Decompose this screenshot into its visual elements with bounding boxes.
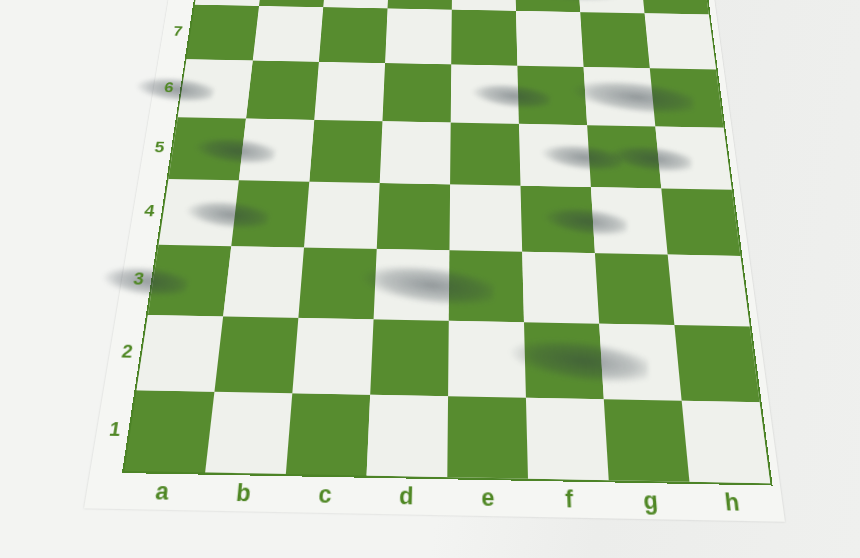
file-label-g: g <box>609 486 693 517</box>
square-a7[interactable] <box>187 5 259 61</box>
square-d7[interactable] <box>385 8 452 64</box>
square-h2[interactable] <box>674 325 759 402</box>
white-pawn-b4: ♟ <box>233 232 305 233</box>
square-f2[interactable] <box>524 322 604 399</box>
square-a1[interactable] <box>124 390 214 472</box>
square-a2[interactable] <box>137 315 224 392</box>
black-pawn-f6: ♟ <box>519 111 587 112</box>
rank-label-4: 4 <box>138 201 160 220</box>
file-label-b: b <box>201 478 285 509</box>
square-g7[interactable] <box>580 12 650 68</box>
square-a4[interactable] <box>159 179 239 246</box>
square-h1[interactable] <box>682 401 770 484</box>
square-c3[interactable] <box>298 248 376 320</box>
square-g3[interactable] <box>595 253 675 325</box>
square-c2[interactable] <box>292 318 373 395</box>
square-f5[interactable] <box>519 124 591 187</box>
square-h4[interactable] <box>661 188 740 255</box>
board-3d-wrapper: ♚♟♟♛♟♟♟♟♟♟♛♚87654321abcdefgh <box>84 0 785 522</box>
square-f1[interactable] <box>526 398 609 481</box>
file-label-e: e <box>447 483 529 514</box>
square-b5[interactable]: ♟ <box>239 119 314 182</box>
square-d6[interactable] <box>382 63 451 122</box>
square-a5[interactable] <box>168 117 246 180</box>
rank-label-2: 2 <box>115 341 139 363</box>
black-king-g8: ♚ <box>580 1 644 2</box>
square-b6[interactable] <box>246 61 319 120</box>
square-g2[interactable]: ♚ <box>599 324 681 401</box>
file-label-h: h <box>690 487 775 518</box>
square-d5[interactable] <box>380 121 451 184</box>
square-h3[interactable] <box>668 255 750 327</box>
square-e1[interactable] <box>447 396 528 478</box>
square-a3[interactable]: ♟ <box>148 245 231 317</box>
file-label-f: f <box>528 484 611 515</box>
black-pawn-g5: ♟ <box>590 174 660 175</box>
white-pawn-h5: ♟ <box>660 175 730 176</box>
square-b1[interactable] <box>205 392 292 474</box>
square-h5[interactable]: ♟ <box>655 126 731 189</box>
square-e5[interactable] <box>450 123 520 186</box>
white-queen-h6: ♛ <box>654 114 722 115</box>
board-scene: ♚♟♟♛♟♟♟♟♟♟♛♚87654321abcdefgh <box>85 0 785 515</box>
square-b4[interactable]: ♟ <box>231 180 309 247</box>
square-c7[interactable] <box>319 7 388 63</box>
file-label-a: a <box>119 476 204 507</box>
square-f3[interactable] <box>522 252 599 324</box>
square-d2[interactable] <box>370 319 449 396</box>
square-g4[interactable]: ♟ <box>591 187 668 254</box>
square-c6[interactable] <box>314 62 385 121</box>
square-f7[interactable] <box>516 11 584 67</box>
rank-label-6: 6 <box>159 79 179 96</box>
black-queen-e3: ♛ <box>449 306 524 307</box>
file-label-c: c <box>283 480 366 511</box>
square-e2[interactable] <box>448 321 526 398</box>
square-c5[interactable] <box>309 120 382 183</box>
square-e4[interactable] <box>449 184 522 251</box>
rank-label-1: 1 <box>103 418 128 442</box>
file-label-d: d <box>365 481 447 512</box>
square-g5[interactable]: ♟ <box>587 125 661 188</box>
square-h6[interactable]: ♛ <box>650 68 724 128</box>
square-d1[interactable] <box>367 395 448 477</box>
square-d3[interactable] <box>374 249 450 321</box>
board-frame: ♚♟♟♛♟♟♟♟♟♟♛♚87654321abcdefgh <box>84 0 785 522</box>
black-pawn-a6: ♟ <box>180 105 248 106</box>
square-e3[interactable]: ♛ <box>449 250 524 322</box>
rank-label-3: 3 <box>127 269 150 290</box>
square-c4[interactable] <box>304 182 380 249</box>
chess-board: ♚♟♟♛♟♟♟♟♟♟♛♚87654321abcdefgh <box>122 0 773 486</box>
square-b2[interactable] <box>214 316 298 393</box>
rank-label-5: 5 <box>149 138 170 156</box>
square-b3[interactable] <box>223 246 304 318</box>
white-king-g2: ♚ <box>603 383 680 384</box>
square-a6[interactable]: ♟ <box>178 59 253 118</box>
square-d4[interactable] <box>377 183 450 250</box>
white-pawn-a3: ♟ <box>150 300 225 301</box>
square-h7[interactable] <box>645 13 716 69</box>
white-pawn-g4: ♟ <box>594 239 666 240</box>
square-f6[interactable]: ♟ <box>517 66 587 125</box>
square-g6[interactable] <box>584 67 656 127</box>
square-f4[interactable] <box>520 186 594 253</box>
black-pawn-b5: ♟ <box>240 167 310 168</box>
square-g1[interactable] <box>604 399 690 482</box>
square-c1[interactable] <box>286 393 370 475</box>
chess-screenshot: ♚♟♟♛♟♟♟♟♟♟♛♚87654321abcdefgh <box>0 0 860 558</box>
rank-label-7: 7 <box>168 23 188 39</box>
square-e7[interactable] <box>451 10 517 66</box>
square-b7[interactable] <box>253 6 324 62</box>
square-e6[interactable] <box>451 64 519 123</box>
